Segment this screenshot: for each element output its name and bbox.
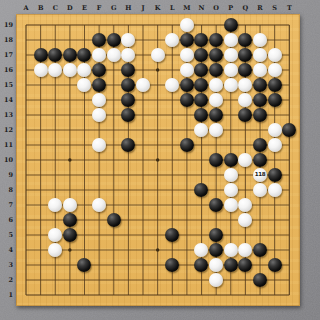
intersection-D6[interactable] (63, 213, 78, 228)
intersection-T13[interactable] (282, 108, 297, 123)
intersection-D4[interactable] (63, 243, 78, 258)
intersection-R9[interactable]: 118 (253, 168, 268, 183)
intersection-T18[interactable] (282, 33, 297, 48)
intersection-K18[interactable] (150, 33, 165, 48)
intersection-P18[interactable] (223, 33, 238, 48)
intersection-L4[interactable] (165, 243, 180, 258)
intersection-C17[interactable] (48, 48, 63, 63)
intersection-A9[interactable] (19, 168, 34, 183)
intersection-C4[interactable] (48, 243, 63, 258)
intersection-R5[interactable] (253, 228, 268, 243)
intersection-D15[interactable] (63, 78, 78, 93)
intersection-G1[interactable] (106, 288, 121, 303)
intersection-M7[interactable] (180, 198, 195, 213)
intersection-B6[interactable] (33, 213, 48, 228)
intersection-K5[interactable] (150, 228, 165, 243)
intersection-F11[interactable] (92, 138, 107, 153)
intersection-B2[interactable] (33, 273, 48, 288)
intersection-D2[interactable] (63, 273, 78, 288)
intersection-C8[interactable] (48, 183, 63, 198)
intersection-B16[interactable] (33, 63, 48, 78)
intersection-F16[interactable] (92, 63, 107, 78)
intersection-P16[interactable] (223, 63, 238, 78)
intersection-G15[interactable] (106, 78, 121, 93)
intersection-S16[interactable] (267, 63, 282, 78)
intersection-R7[interactable] (253, 198, 268, 213)
intersection-B11[interactable] (33, 138, 48, 153)
intersection-G18[interactable] (106, 33, 121, 48)
intersection-N11[interactable] (194, 138, 209, 153)
intersection-Q6[interactable] (238, 213, 253, 228)
intersection-H16[interactable] (121, 63, 136, 78)
intersection-J7[interactable] (136, 198, 151, 213)
intersection-F13[interactable] (92, 108, 107, 123)
intersection-R19[interactable] (253, 18, 268, 33)
intersection-L10[interactable] (165, 153, 180, 168)
intersection-Q8[interactable] (238, 183, 253, 198)
intersection-O6[interactable] (209, 213, 224, 228)
intersection-C10[interactable] (48, 153, 63, 168)
intersection-R1[interactable] (253, 288, 268, 303)
intersection-C2[interactable] (48, 273, 63, 288)
intersection-A6[interactable] (19, 213, 34, 228)
intersection-H6[interactable] (121, 213, 136, 228)
intersection-J4[interactable] (136, 243, 151, 258)
intersection-P13[interactable] (223, 108, 238, 123)
intersection-D18[interactable] (63, 33, 78, 48)
intersection-O15[interactable] (209, 78, 224, 93)
intersection-B17[interactable] (33, 48, 48, 63)
intersection-H10[interactable] (121, 153, 136, 168)
intersection-F19[interactable] (92, 18, 107, 33)
intersection-T1[interactable] (282, 288, 297, 303)
intersection-E2[interactable] (77, 273, 92, 288)
intersection-J5[interactable] (136, 228, 151, 243)
intersection-L13[interactable] (165, 108, 180, 123)
intersection-E16[interactable] (77, 63, 92, 78)
intersection-A10[interactable] (19, 153, 34, 168)
intersection-G16[interactable] (106, 63, 121, 78)
intersection-N17[interactable] (194, 48, 209, 63)
intersection-G7[interactable] (106, 198, 121, 213)
intersection-F1[interactable] (92, 288, 107, 303)
intersection-D12[interactable] (63, 123, 78, 138)
intersection-J17[interactable] (136, 48, 151, 63)
intersection-H11[interactable] (121, 138, 136, 153)
intersection-D9[interactable] (63, 168, 78, 183)
intersection-A11[interactable] (19, 138, 34, 153)
intersection-P5[interactable] (223, 228, 238, 243)
intersection-T3[interactable] (282, 258, 297, 273)
intersection-S5[interactable] (267, 228, 282, 243)
intersection-Q19[interactable] (238, 18, 253, 33)
intersection-B3[interactable] (33, 258, 48, 273)
intersection-Q4[interactable] (238, 243, 253, 258)
intersection-H18[interactable] (121, 33, 136, 48)
intersection-S11[interactable] (267, 138, 282, 153)
intersection-C1[interactable] (48, 288, 63, 303)
intersection-N1[interactable] (194, 288, 209, 303)
intersection-N6[interactable] (194, 213, 209, 228)
intersection-F10[interactable] (92, 153, 107, 168)
intersection-Q7[interactable] (238, 198, 253, 213)
intersection-T17[interactable] (282, 48, 297, 63)
intersection-D8[interactable] (63, 183, 78, 198)
intersection-K13[interactable] (150, 108, 165, 123)
intersection-C14[interactable] (48, 93, 63, 108)
intersection-E7[interactable] (77, 198, 92, 213)
intersection-K6[interactable] (150, 213, 165, 228)
intersection-G3[interactable] (106, 258, 121, 273)
intersection-L15[interactable] (165, 78, 180, 93)
intersection-P11[interactable] (223, 138, 238, 153)
intersection-J15[interactable] (136, 78, 151, 93)
intersection-F2[interactable] (92, 273, 107, 288)
intersection-R16[interactable] (253, 63, 268, 78)
intersection-E9[interactable] (77, 168, 92, 183)
intersection-P9[interactable] (223, 168, 238, 183)
intersection-Q1[interactable] (238, 288, 253, 303)
intersection-O16[interactable] (209, 63, 224, 78)
intersection-O17[interactable] (209, 48, 224, 63)
intersection-P2[interactable] (223, 273, 238, 288)
intersection-C6[interactable] (48, 213, 63, 228)
intersection-S19[interactable] (267, 18, 282, 33)
intersection-A16[interactable] (19, 63, 34, 78)
intersection-G2[interactable] (106, 273, 121, 288)
intersection-H4[interactable] (121, 243, 136, 258)
intersection-C5[interactable] (48, 228, 63, 243)
intersection-T16[interactable] (282, 63, 297, 78)
intersection-A2[interactable] (19, 273, 34, 288)
intersection-M14[interactable] (180, 93, 195, 108)
intersection-T14[interactable] (282, 93, 297, 108)
intersection-T10[interactable] (282, 153, 297, 168)
intersection-S4[interactable] (267, 243, 282, 258)
intersection-Q12[interactable] (238, 123, 253, 138)
intersection-H3[interactable] (121, 258, 136, 273)
intersection-B7[interactable] (33, 198, 48, 213)
intersection-F5[interactable] (92, 228, 107, 243)
intersection-D3[interactable] (63, 258, 78, 273)
intersection-K9[interactable] (150, 168, 165, 183)
intersection-C19[interactable] (48, 18, 63, 33)
intersection-O18[interactable] (209, 33, 224, 48)
intersection-J6[interactable] (136, 213, 151, 228)
intersection-J19[interactable] (136, 18, 151, 33)
intersection-H15[interactable] (121, 78, 136, 93)
intersection-O8[interactable] (209, 183, 224, 198)
intersection-F15[interactable] (92, 78, 107, 93)
intersection-H2[interactable] (121, 273, 136, 288)
intersection-T2[interactable] (282, 273, 297, 288)
intersection-J1[interactable] (136, 288, 151, 303)
intersection-L17[interactable] (165, 48, 180, 63)
intersection-L12[interactable] (165, 123, 180, 138)
intersection-O9[interactable] (209, 168, 224, 183)
intersection-M18[interactable] (180, 33, 195, 48)
intersection-J8[interactable] (136, 183, 151, 198)
intersection-A19[interactable] (19, 18, 34, 33)
intersection-F9[interactable] (92, 168, 107, 183)
intersection-D16[interactable] (63, 63, 78, 78)
intersection-C18[interactable] (48, 33, 63, 48)
intersection-E11[interactable] (77, 138, 92, 153)
intersection-E15[interactable] (77, 78, 92, 93)
intersection-B9[interactable] (33, 168, 48, 183)
intersection-B19[interactable] (33, 18, 48, 33)
intersection-A17[interactable] (19, 48, 34, 63)
intersection-K8[interactable] (150, 183, 165, 198)
intersection-P12[interactable] (223, 123, 238, 138)
intersection-R15[interactable] (253, 78, 268, 93)
intersection-P8[interactable] (223, 183, 238, 198)
intersection-Q17[interactable] (238, 48, 253, 63)
intersection-F3[interactable] (92, 258, 107, 273)
intersection-R18[interactable] (253, 33, 268, 48)
intersection-T6[interactable] (282, 213, 297, 228)
intersection-J14[interactable] (136, 93, 151, 108)
intersection-L11[interactable] (165, 138, 180, 153)
intersection-H17[interactable] (121, 48, 136, 63)
intersection-S13[interactable] (267, 108, 282, 123)
intersection-B8[interactable] (33, 183, 48, 198)
intersection-N5[interactable] (194, 228, 209, 243)
intersection-L5[interactable] (165, 228, 180, 243)
intersection-S7[interactable] (267, 198, 282, 213)
intersection-Q3[interactable] (238, 258, 253, 273)
intersection-L16[interactable] (165, 63, 180, 78)
intersection-G6[interactable] (106, 213, 121, 228)
intersection-R17[interactable] (253, 48, 268, 63)
intersection-T4[interactable] (282, 243, 297, 258)
intersection-E4[interactable] (77, 243, 92, 258)
intersection-L8[interactable] (165, 183, 180, 198)
intersection-E12[interactable] (77, 123, 92, 138)
intersection-K4[interactable] (150, 243, 165, 258)
intersection-E3[interactable] (77, 258, 92, 273)
intersection-H12[interactable] (121, 123, 136, 138)
intersection-K2[interactable] (150, 273, 165, 288)
intersection-M17[interactable] (180, 48, 195, 63)
intersection-O1[interactable] (209, 288, 224, 303)
intersection-B18[interactable] (33, 33, 48, 48)
intersection-O14[interactable] (209, 93, 224, 108)
intersection-D19[interactable] (63, 18, 78, 33)
intersection-H5[interactable] (121, 228, 136, 243)
intersection-A13[interactable] (19, 108, 34, 123)
intersection-K10[interactable] (150, 153, 165, 168)
intersection-K11[interactable] (150, 138, 165, 153)
intersection-B15[interactable] (33, 78, 48, 93)
intersection-S15[interactable] (267, 78, 282, 93)
intersection-N4[interactable] (194, 243, 209, 258)
intersection-G11[interactable] (106, 138, 121, 153)
intersection-K7[interactable] (150, 198, 165, 213)
intersection-A8[interactable] (19, 183, 34, 198)
intersection-F18[interactable] (92, 33, 107, 48)
intersection-P4[interactable] (223, 243, 238, 258)
intersection-N13[interactable] (194, 108, 209, 123)
intersection-F8[interactable] (92, 183, 107, 198)
intersection-G19[interactable] (106, 18, 121, 33)
intersection-A7[interactable] (19, 198, 34, 213)
intersection-H9[interactable] (121, 168, 136, 183)
intersection-O3[interactable] (209, 258, 224, 273)
intersection-J18[interactable] (136, 33, 151, 48)
intersection-M9[interactable] (180, 168, 195, 183)
intersection-D17[interactable] (63, 48, 78, 63)
intersection-O11[interactable] (209, 138, 224, 153)
intersection-S1[interactable] (267, 288, 282, 303)
intersection-F14[interactable] (92, 93, 107, 108)
intersection-B4[interactable] (33, 243, 48, 258)
intersection-R3[interactable] (253, 258, 268, 273)
intersection-K1[interactable] (150, 288, 165, 303)
intersection-N7[interactable] (194, 198, 209, 213)
intersection-M11[interactable] (180, 138, 195, 153)
intersection-S10[interactable] (267, 153, 282, 168)
intersection-A4[interactable] (19, 243, 34, 258)
intersection-N2[interactable] (194, 273, 209, 288)
intersection-N19[interactable] (194, 18, 209, 33)
intersection-Q15[interactable] (238, 78, 253, 93)
intersection-M2[interactable] (180, 273, 195, 288)
intersection-G4[interactable] (106, 243, 121, 258)
intersection-R8[interactable] (253, 183, 268, 198)
intersection-F4[interactable] (92, 243, 107, 258)
intersection-N3[interactable] (194, 258, 209, 273)
intersection-L18[interactable] (165, 33, 180, 48)
intersection-B10[interactable] (33, 153, 48, 168)
intersection-R13[interactable] (253, 108, 268, 123)
intersection-P6[interactable] (223, 213, 238, 228)
intersection-P3[interactable] (223, 258, 238, 273)
intersection-M4[interactable] (180, 243, 195, 258)
intersection-D13[interactable] (63, 108, 78, 123)
intersection-L6[interactable] (165, 213, 180, 228)
intersection-M6[interactable] (180, 213, 195, 228)
intersection-D11[interactable] (63, 138, 78, 153)
intersection-M19[interactable] (180, 18, 195, 33)
intersection-N8[interactable] (194, 183, 209, 198)
intersection-L19[interactable] (165, 18, 180, 33)
intersection-G12[interactable] (106, 123, 121, 138)
intersection-H14[interactable] (121, 93, 136, 108)
intersection-H19[interactable] (121, 18, 136, 33)
intersection-P1[interactable] (223, 288, 238, 303)
intersection-R10[interactable] (253, 153, 268, 168)
intersection-E6[interactable] (77, 213, 92, 228)
intersection-L2[interactable] (165, 273, 180, 288)
intersection-C3[interactable] (48, 258, 63, 273)
intersection-J10[interactable] (136, 153, 151, 168)
intersection-K17[interactable] (150, 48, 165, 63)
intersection-M12[interactable] (180, 123, 195, 138)
intersection-B14[interactable] (33, 93, 48, 108)
intersection-T12[interactable] (282, 123, 297, 138)
intersection-E18[interactable] (77, 33, 92, 48)
intersection-S17[interactable] (267, 48, 282, 63)
intersection-R12[interactable] (253, 123, 268, 138)
intersection-N14[interactable] (194, 93, 209, 108)
intersection-J13[interactable] (136, 108, 151, 123)
intersection-T19[interactable] (282, 18, 297, 33)
intersection-S12[interactable] (267, 123, 282, 138)
intersection-G17[interactable] (106, 48, 121, 63)
intersection-T15[interactable] (282, 78, 297, 93)
intersection-T7[interactable] (282, 198, 297, 213)
intersection-K19[interactable] (150, 18, 165, 33)
intersection-T11[interactable] (282, 138, 297, 153)
intersection-C15[interactable] (48, 78, 63, 93)
intersection-F6[interactable] (92, 213, 107, 228)
intersection-G14[interactable] (106, 93, 121, 108)
intersection-R2[interactable] (253, 273, 268, 288)
intersection-G9[interactable] (106, 168, 121, 183)
intersection-E1[interactable] (77, 288, 92, 303)
intersection-F7[interactable] (92, 198, 107, 213)
intersection-J9[interactable] (136, 168, 151, 183)
intersection-G5[interactable] (106, 228, 121, 243)
intersection-A18[interactable] (19, 33, 34, 48)
intersection-O7[interactable] (209, 198, 224, 213)
intersection-T9[interactable] (282, 168, 297, 183)
intersection-P17[interactable] (223, 48, 238, 63)
intersection-B12[interactable] (33, 123, 48, 138)
intersection-S18[interactable] (267, 33, 282, 48)
intersection-H7[interactable] (121, 198, 136, 213)
intersection-C16[interactable] (48, 63, 63, 78)
intersection-F17[interactable] (92, 48, 107, 63)
intersection-E19[interactable] (77, 18, 92, 33)
intersection-P15[interactable] (223, 78, 238, 93)
intersection-P19[interactable] (223, 18, 238, 33)
intersection-C9[interactable] (48, 168, 63, 183)
intersection-Q13[interactable] (238, 108, 253, 123)
intersection-O4[interactable] (209, 243, 224, 258)
intersection-Q9[interactable] (238, 168, 253, 183)
intersection-P7[interactable] (223, 198, 238, 213)
intersection-A1[interactable] (19, 288, 34, 303)
intersection-H13[interactable] (121, 108, 136, 123)
intersection-G13[interactable] (106, 108, 121, 123)
intersection-A3[interactable] (19, 258, 34, 273)
intersection-N16[interactable] (194, 63, 209, 78)
intersection-E17[interactable] (77, 48, 92, 63)
intersection-L14[interactable] (165, 93, 180, 108)
intersection-H1[interactable] (121, 288, 136, 303)
intersection-S14[interactable] (267, 93, 282, 108)
intersection-L1[interactable] (165, 288, 180, 303)
intersection-O13[interactable] (209, 108, 224, 123)
intersection-E8[interactable] (77, 183, 92, 198)
intersection-J12[interactable] (136, 123, 151, 138)
intersection-P10[interactable] (223, 153, 238, 168)
intersection-S2[interactable] (267, 273, 282, 288)
intersection-R4[interactable] (253, 243, 268, 258)
intersection-O19[interactable] (209, 18, 224, 33)
intersection-D5[interactable] (63, 228, 78, 243)
intersection-M1[interactable] (180, 288, 195, 303)
intersection-F12[interactable] (92, 123, 107, 138)
intersection-S6[interactable] (267, 213, 282, 228)
intersection-E5[interactable] (77, 228, 92, 243)
intersection-M13[interactable] (180, 108, 195, 123)
intersection-E13[interactable] (77, 108, 92, 123)
intersection-O2[interactable] (209, 273, 224, 288)
intersection-A14[interactable] (19, 93, 34, 108)
